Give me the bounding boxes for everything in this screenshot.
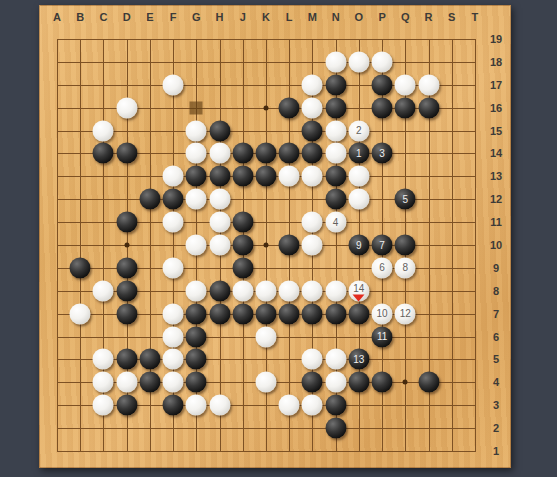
row-label: 12	[490, 193, 502, 205]
stone-white-H11	[209, 212, 230, 233]
stone-black-E4	[139, 372, 160, 393]
stone-white-F7	[163, 303, 184, 324]
stone-black-P4	[372, 372, 393, 393]
column-label: B	[76, 11, 84, 23]
row-label: 8	[493, 285, 499, 297]
row-label: 5	[493, 353, 499, 365]
stone-black-O4	[348, 372, 369, 393]
row-label: 17	[490, 79, 502, 91]
move-number: 8	[403, 263, 409, 273]
stone-black-C14	[93, 143, 114, 164]
stone-white-J8	[232, 280, 253, 301]
stone-white-M8	[302, 280, 323, 301]
stone-black-L7	[279, 303, 300, 324]
column-label: L	[286, 11, 293, 23]
stone-white-P18	[372, 51, 393, 72]
column-label: O	[355, 11, 364, 23]
stone-white-M10	[302, 235, 323, 256]
square-marker	[190, 101, 203, 114]
stone-white-M17	[302, 74, 323, 95]
stone-black-F3	[163, 395, 184, 416]
stone-black-R16	[418, 97, 439, 118]
stone-black-G6	[186, 326, 207, 347]
row-label: 16	[490, 102, 502, 114]
stone-black-N12	[325, 189, 346, 210]
stone-white-N18	[325, 51, 346, 72]
move-number: 4	[333, 217, 339, 227]
column-label: A	[53, 11, 61, 23]
row-label: 6	[493, 331, 499, 343]
stone-white-F13	[163, 166, 184, 187]
move-number: 12	[400, 309, 411, 319]
stone-black-H13	[209, 166, 230, 187]
row-label: 3	[493, 399, 499, 411]
star-point	[263, 243, 268, 248]
grid-line	[475, 39, 476, 452]
stone-black-Q12: 5	[395, 189, 416, 210]
row-label: 1	[493, 445, 499, 457]
stone-white-K6	[255, 326, 276, 347]
column-label: Q	[401, 11, 410, 23]
column-label: J	[240, 11, 246, 23]
go-board[interactable]: ABCDEFGHJKLMNOPQRST191817161514131211109…	[39, 5, 511, 468]
stone-black-H8	[209, 280, 230, 301]
stone-white-N8	[325, 280, 346, 301]
stone-black-O14: 1	[348, 143, 369, 164]
stone-black-D9	[116, 257, 137, 278]
row-label: 10	[490, 239, 502, 251]
stone-black-P14: 3	[372, 143, 393, 164]
stone-black-M15	[302, 120, 323, 141]
stone-white-H3	[209, 395, 230, 416]
column-label: P	[378, 11, 385, 23]
stone-black-G5	[186, 349, 207, 370]
column-label: N	[332, 11, 340, 23]
stone-black-L10	[279, 235, 300, 256]
stone-white-C4	[93, 372, 114, 393]
stone-white-F9	[163, 257, 184, 278]
stone-black-O7	[348, 303, 369, 324]
stone-black-M4	[302, 372, 323, 393]
stone-black-R4	[418, 372, 439, 393]
stone-black-J14	[232, 143, 253, 164]
stone-white-Q17	[395, 74, 416, 95]
stone-white-G14	[186, 143, 207, 164]
row-label: 7	[493, 308, 499, 320]
stone-black-G13	[186, 166, 207, 187]
stone-black-D3	[116, 395, 137, 416]
stone-white-N11: 4	[325, 212, 346, 233]
move-number: 3	[379, 148, 385, 158]
stone-white-L3	[279, 395, 300, 416]
stone-white-O12	[348, 189, 369, 210]
stone-white-N15	[325, 120, 346, 141]
stone-black-K7	[255, 303, 276, 324]
app-background: ABCDEFGHJKLMNOPQRST191817161514131211109…	[0, 0, 557, 477]
move-number: 13	[353, 354, 364, 364]
stone-black-Q10	[395, 235, 416, 256]
move-number: 1	[356, 148, 362, 158]
move-number: 7	[379, 240, 385, 250]
stone-black-N17	[325, 74, 346, 95]
stone-black-O10: 9	[348, 235, 369, 256]
stone-white-C15	[93, 120, 114, 141]
stone-white-G3	[186, 395, 207, 416]
move-number: 11	[377, 332, 387, 342]
stone-white-D4	[116, 372, 137, 393]
stone-white-F6	[163, 326, 184, 347]
stone-black-F12	[163, 189, 184, 210]
red-triangle-marker	[353, 294, 365, 301]
stone-black-J9	[232, 257, 253, 278]
stone-black-Q16	[395, 97, 416, 118]
stone-white-G8	[186, 280, 207, 301]
move-number: 10	[377, 309, 388, 319]
column-label: D	[123, 11, 131, 23]
stone-black-P6: 11	[372, 326, 393, 347]
stone-white-M5	[302, 349, 323, 370]
stone-black-J7	[232, 303, 253, 324]
stone-white-Q9: 8	[395, 257, 416, 278]
column-label: H	[216, 11, 224, 23]
stone-black-J13	[232, 166, 253, 187]
stone-white-O18	[348, 51, 369, 72]
column-label: E	[146, 11, 153, 23]
column-label: T	[472, 11, 479, 23]
grid-line	[57, 451, 476, 452]
stone-black-K13	[255, 166, 276, 187]
stone-black-J11	[232, 212, 253, 233]
star-point	[263, 105, 268, 110]
stone-white-F17	[163, 74, 184, 95]
stone-black-J10	[232, 235, 253, 256]
column-label: G	[192, 11, 201, 23]
stone-white-B7	[70, 303, 91, 324]
stone-white-G12	[186, 189, 207, 210]
stone-black-N7	[325, 303, 346, 324]
stone-black-H15	[209, 120, 230, 141]
stone-black-N3	[325, 395, 346, 416]
column-label: K	[262, 11, 270, 23]
stone-white-R17	[418, 74, 439, 95]
column-label: C	[99, 11, 107, 23]
move-number: 14	[348, 283, 369, 293]
stone-white-G10	[186, 235, 207, 256]
stone-white-H14	[209, 143, 230, 164]
stone-white-H12	[209, 189, 230, 210]
stone-black-D5	[116, 349, 137, 370]
stone-black-D7	[116, 303, 137, 324]
row-label: 14	[490, 147, 502, 159]
row-label: 11	[490, 216, 502, 228]
row-label: 2	[493, 422, 499, 434]
stone-white-N14	[325, 143, 346, 164]
stone-white-M3	[302, 395, 323, 416]
stone-white-N5	[325, 349, 346, 370]
row-label: 15	[490, 125, 502, 137]
stone-white-O13	[348, 166, 369, 187]
stone-white-C5	[93, 349, 114, 370]
row-label: 19	[490, 33, 502, 45]
stone-white-F5	[163, 349, 184, 370]
stone-black-P16	[372, 97, 393, 118]
stone-black-H7	[209, 303, 230, 324]
star-point	[124, 243, 129, 248]
stone-black-E12	[139, 189, 160, 210]
row-label: 4	[493, 376, 499, 388]
move-number: 9	[356, 240, 362, 250]
stone-white-K4	[255, 372, 276, 393]
stone-white-O8: 14	[348, 280, 369, 301]
stone-white-K8	[255, 280, 276, 301]
stone-black-N13	[325, 166, 346, 187]
stone-white-D16	[116, 97, 137, 118]
stone-white-N4	[325, 372, 346, 393]
stone-black-D11	[116, 212, 137, 233]
stone-black-N16	[325, 97, 346, 118]
stone-black-G4	[186, 372, 207, 393]
stone-black-L14	[279, 143, 300, 164]
move-number: 6	[379, 263, 385, 273]
column-label: R	[425, 11, 433, 23]
stone-black-P17	[372, 74, 393, 95]
stone-white-P7: 10	[372, 303, 393, 324]
stone-white-L8	[279, 280, 300, 301]
stone-white-C8	[93, 280, 114, 301]
stone-black-P10: 7	[372, 235, 393, 256]
row-label: 18	[490, 56, 502, 68]
stone-black-E5	[139, 349, 160, 370]
stone-black-O5: 13	[348, 349, 369, 370]
stone-black-B9	[70, 257, 91, 278]
stone-black-D8	[116, 280, 137, 301]
stone-black-D14	[116, 143, 137, 164]
column-label: S	[448, 11, 455, 23]
grid-line	[452, 39, 453, 452]
stone-white-H10	[209, 235, 230, 256]
stone-white-C3	[93, 395, 114, 416]
stone-black-G7	[186, 303, 207, 324]
stone-white-L13	[279, 166, 300, 187]
row-label: 9	[493, 262, 499, 274]
move-number: 2	[356, 126, 362, 136]
column-label: M	[308, 11, 317, 23]
stone-black-L16	[279, 97, 300, 118]
stone-white-Q7: 12	[395, 303, 416, 324]
stone-black-M14	[302, 143, 323, 164]
stone-black-M7	[302, 303, 323, 324]
stone-white-M11	[302, 212, 323, 233]
stone-white-M13	[302, 166, 323, 187]
stone-black-N2	[325, 418, 346, 439]
move-number: 5	[403, 194, 409, 204]
grid-line	[57, 428, 476, 429]
stone-white-F11	[163, 212, 184, 233]
stone-white-G15	[186, 120, 207, 141]
star-point	[403, 380, 408, 385]
stone-white-F4	[163, 372, 184, 393]
row-label: 13	[490, 170, 502, 182]
stone-white-P9: 6	[372, 257, 393, 278]
column-label: F	[170, 11, 177, 23]
stone-white-O15: 2	[348, 120, 369, 141]
stone-white-M16	[302, 97, 323, 118]
stone-black-K14	[255, 143, 276, 164]
